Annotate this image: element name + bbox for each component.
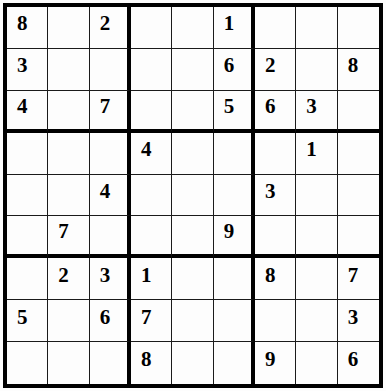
cell-r2c6[interactable]: 6 — [214, 49, 255, 91]
cell-r3c5[interactable] — [172, 91, 213, 133]
cell-r5c7[interactable]: 3 — [255, 175, 296, 217]
cell-r7c8[interactable] — [296, 258, 337, 300]
cell-r3c8[interactable]: 3 — [296, 91, 337, 133]
sudoku-board: 821362847563414379231875673896 — [3, 3, 383, 388]
cell-r1c5[interactable] — [172, 7, 213, 49]
cell-r1c2[interactable] — [48, 7, 89, 49]
cell-r8c6[interactable] — [214, 300, 255, 342]
cell-r5c8[interactable] — [296, 175, 337, 217]
cell-r5c4[interactable] — [131, 175, 172, 217]
cell-r8c7[interactable] — [255, 300, 296, 342]
cell-r7c6[interactable] — [214, 258, 255, 300]
cell-r2c4[interactable] — [131, 49, 172, 91]
cell-r6c9[interactable] — [338, 216, 379, 258]
cell-r2c1[interactable]: 3 — [7, 49, 48, 91]
cell-r6c7[interactable] — [255, 216, 296, 258]
cell-r8c5[interactable] — [172, 300, 213, 342]
cell-r5c2[interactable] — [48, 175, 89, 217]
cell-r2c8[interactable] — [296, 49, 337, 91]
cell-r8c4[interactable]: 7 — [131, 300, 172, 342]
cell-r2c7[interactable]: 2 — [255, 49, 296, 91]
cell-r9c5[interactable] — [172, 342, 213, 384]
cell-r5c6[interactable] — [214, 175, 255, 217]
cell-r5c5[interactable] — [172, 175, 213, 217]
cell-r6c6[interactable]: 9 — [214, 216, 255, 258]
cell-r5c3[interactable]: 4 — [90, 175, 131, 217]
cell-r9c3[interactable] — [90, 342, 131, 384]
cell-r4c1[interactable] — [7, 133, 48, 175]
cell-r6c3[interactable] — [90, 216, 131, 258]
cell-r9c1[interactable] — [7, 342, 48, 384]
cell-r9c2[interactable] — [48, 342, 89, 384]
cell-r2c9[interactable]: 8 — [338, 49, 379, 91]
cell-r7c3[interactable]: 3 — [90, 258, 131, 300]
cell-r6c4[interactable] — [131, 216, 172, 258]
cell-r4c6[interactable] — [214, 133, 255, 175]
cell-r7c4[interactable]: 1 — [131, 258, 172, 300]
cell-r7c9[interactable]: 7 — [338, 258, 379, 300]
sudoku-page: 821362847563414379231875673896 — [0, 0, 386, 391]
cell-r9c9[interactable]: 6 — [338, 342, 379, 384]
cell-r9c7[interactable]: 9 — [255, 342, 296, 384]
cell-r4c2[interactable] — [48, 133, 89, 175]
cell-r4c5[interactable] — [172, 133, 213, 175]
cell-r1c1[interactable]: 8 — [7, 7, 48, 49]
cell-r9c4[interactable]: 8 — [131, 342, 172, 384]
cell-r3c6[interactable]: 5 — [214, 91, 255, 133]
cell-r5c9[interactable] — [338, 175, 379, 217]
cell-r1c6[interactable]: 1 — [214, 7, 255, 49]
cell-r2c3[interactable] — [90, 49, 131, 91]
cell-r7c5[interactable] — [172, 258, 213, 300]
cell-r6c5[interactable] — [172, 216, 213, 258]
cell-r7c7[interactable]: 8 — [255, 258, 296, 300]
cell-r6c8[interactable] — [296, 216, 337, 258]
cell-r4c9[interactable] — [338, 133, 379, 175]
cell-r4c4[interactable]: 4 — [131, 133, 172, 175]
cell-r7c1[interactable] — [7, 258, 48, 300]
cell-r8c8[interactable] — [296, 300, 337, 342]
cell-r3c1[interactable]: 4 — [7, 91, 48, 133]
cell-r3c3[interactable]: 7 — [90, 91, 131, 133]
cell-r6c2[interactable]: 7 — [48, 216, 89, 258]
cell-r4c3[interactable] — [90, 133, 131, 175]
cell-r8c2[interactable] — [48, 300, 89, 342]
cell-r1c4[interactable] — [131, 7, 172, 49]
cell-r1c8[interactable] — [296, 7, 337, 49]
cell-r1c7[interactable] — [255, 7, 296, 49]
cell-r8c1[interactable]: 5 — [7, 300, 48, 342]
cell-r2c5[interactable] — [172, 49, 213, 91]
cell-r6c1[interactable] — [7, 216, 48, 258]
cell-r3c4[interactable] — [131, 91, 172, 133]
cell-r3c9[interactable] — [338, 91, 379, 133]
cell-r4c7[interactable] — [255, 133, 296, 175]
cell-r5c1[interactable] — [7, 175, 48, 217]
cell-r3c7[interactable]: 6 — [255, 91, 296, 133]
cell-r9c6[interactable] — [214, 342, 255, 384]
cell-r2c2[interactable] — [48, 49, 89, 91]
cell-r1c9[interactable] — [338, 7, 379, 49]
cell-r9c8[interactable] — [296, 342, 337, 384]
cell-r3c2[interactable] — [48, 91, 89, 133]
cell-r4c8[interactable]: 1 — [296, 133, 337, 175]
cell-r7c2[interactable]: 2 — [48, 258, 89, 300]
cell-r8c9[interactable]: 3 — [338, 300, 379, 342]
cell-r1c3[interactable]: 2 — [90, 7, 131, 49]
cell-r8c3[interactable]: 6 — [90, 300, 131, 342]
